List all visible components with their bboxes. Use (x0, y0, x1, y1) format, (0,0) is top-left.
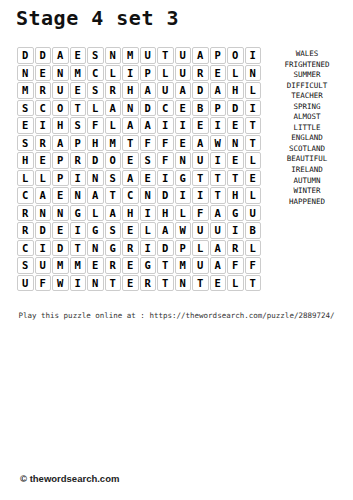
grid-cell-r9c4: N (70, 187, 87, 204)
grid-cell-r11c1: R (17, 222, 34, 239)
grid-cell-r9c5: A (87, 187, 104, 204)
puzzle-link[interactable]: Play this puzzle online at : https://the… (0, 311, 353, 320)
grid-cell-r14c12: E (210, 275, 227, 292)
grid-cell-r1c10: U (175, 47, 192, 64)
grid-cell-r1c5: S (87, 47, 104, 64)
grid-cell-r1c12: P (210, 47, 227, 64)
grid-cell-r10c3: N (52, 205, 69, 222)
grid-cell-r13c14: F (245, 257, 262, 274)
grid-cell-r10c1: R (17, 205, 34, 222)
word-list-item: TEACHER (261, 91, 353, 102)
grid-cell-r7c3: P (52, 152, 69, 169)
word-list-item: BEAUTIFUL (261, 154, 353, 165)
grid-cell-r2c7: I (122, 65, 139, 82)
grid-cell-r12c14: L (245, 240, 262, 257)
grid-cell-r4c8: D (140, 100, 157, 117)
grid-cell-r4c3: O (52, 100, 69, 117)
grid-cell-r5c4: S (70, 117, 87, 134)
grid-cell-r13c6: R (105, 257, 122, 274)
grid-cell-r3c6: R (105, 82, 122, 99)
grid-cell-r2c12: E (210, 65, 227, 82)
grid-cell-r13c8: G (140, 257, 157, 274)
grid-cell-r10c9: H (157, 205, 174, 222)
grid-cell-r12c11: L (192, 240, 209, 257)
grid-cell-r7c4: R (70, 152, 87, 169)
grid-cell-r4c5: L (87, 100, 104, 117)
grid-cell-r6c5: H (87, 135, 104, 152)
grid-cell-r10c6: A (105, 205, 122, 222)
grid-cell-r5c12: I (210, 117, 227, 134)
grid-cell-r3c9: U (157, 82, 174, 99)
grid-cell-r12c7: R (122, 240, 139, 257)
grid-cell-r10c10: L (175, 205, 192, 222)
grid-cell-r14c3: W (52, 275, 69, 292)
grid-cell-r5c13: E (227, 117, 244, 134)
word-list-item: ENGLAND (261, 133, 353, 144)
grid-cell-r2c13: L (227, 65, 244, 82)
grid-cell-r2c8: P (140, 65, 157, 82)
grid-cell-r11c3: E (52, 222, 69, 239)
grid-cell-r9c7: C (122, 187, 139, 204)
word-search-page: Stage 4 set 3 DDAESNMUTUAPOINENMCLIPLURE… (0, 0, 353, 500)
grid-cell-r4c4: T (70, 100, 87, 117)
grid-cell-r10c14: U (245, 205, 262, 222)
grid-cell-r9c9: D (157, 187, 174, 204)
grid-cell-r11c6: S (105, 222, 122, 239)
grid-cell-r14c11: T (192, 275, 209, 292)
grid-cell-r7c1: H (17, 152, 34, 169)
grid-cell-r4c2: C (35, 100, 52, 117)
grid-cell-r10c11: F (192, 205, 209, 222)
grid-cell-r3c7: H (122, 82, 139, 99)
grid-cell-r12c12: A (210, 240, 227, 257)
grid-cell-r4c10: E (175, 100, 192, 117)
grid-cell-r5c14: T (245, 117, 262, 134)
grid-cell-r6c11: A (192, 135, 209, 152)
grid-cell-r9c6: T (105, 187, 122, 204)
word-list: WALESFRIGHTENEDSUMMERDIFFICULTTEACHERSPR… (261, 47, 353, 207)
grid-cell-r6c14: T (245, 135, 262, 152)
grid-cell-r1c1: D (17, 47, 34, 64)
word-list-item: FRIGHTENED (261, 60, 353, 71)
grid-cell-r8c4: I (70, 170, 87, 187)
grid-cell-r1c7: M (122, 47, 139, 64)
grid-cell-r8c2: L (35, 170, 52, 187)
grid-cell-r8c6: S (105, 170, 122, 187)
grid-cell-r7c8: S (140, 152, 157, 169)
grid-cell-r2c4: M (70, 65, 87, 82)
grid-cell-r2c9: L (157, 65, 174, 82)
grid-cell-r3c13: H (227, 82, 244, 99)
page-title: Stage 4 set 3 (16, 6, 179, 30)
grid-cell-r8c10: G (175, 170, 192, 187)
grid-cell-r8c1: L (17, 170, 34, 187)
grid-cell-r11c7: E (122, 222, 139, 239)
word-list-item: IRELAND (261, 165, 353, 176)
word-search-grid: DDAESNMUTUAPOINENMCLIPLURELNMRUESRHAUADA… (17, 47, 261, 291)
grid-cell-r2c5: C (87, 65, 104, 82)
grid-cell-r6c2: R (35, 135, 52, 152)
grid-cell-r5c9: I (157, 117, 174, 134)
grid-cell-r12c3: D (52, 240, 69, 257)
grid-cell-r5c6: L (105, 117, 122, 134)
grid-cell-r1c9: T (157, 47, 174, 64)
grid-cell-r6c6: M (105, 135, 122, 152)
copyright-text: © thewordsearch.com (20, 473, 119, 484)
grid-cell-r1c6: N (105, 47, 122, 64)
grid-cell-r13c11: U (192, 257, 209, 274)
grid-cell-r13c3: M (52, 257, 69, 274)
grid-cell-r7c13: E (227, 152, 244, 169)
word-list-item: HAPPENED (261, 197, 353, 208)
grid-cell-r12c5: N (87, 240, 104, 257)
grid-cell-r10c4: G (70, 205, 87, 222)
grid-cell-r13c5: E (87, 257, 104, 274)
grid-cell-r10c7: H (122, 205, 139, 222)
word-list-item: LITTLE (261, 123, 353, 134)
grid-cell-r9c11: I (192, 187, 209, 204)
grid-cell-r9c12: T (210, 187, 227, 204)
grid-cell-r14c1: U (17, 275, 34, 292)
grid-cell-r8c13: T (227, 170, 244, 187)
grid-cell-r4c9: C (157, 100, 174, 117)
grid-cell-r11c10: W (175, 222, 192, 239)
grid-cell-r14c14: T (245, 275, 262, 292)
grid-cell-r4c11: B (192, 100, 209, 117)
grid-cell-r12c2: I (35, 240, 52, 257)
grid-cell-r5c10: I (175, 117, 192, 134)
grid-cell-r6c7: T (122, 135, 139, 152)
grid-cell-r8c14: E (245, 170, 262, 187)
grid-cell-r9c8: N (140, 187, 157, 204)
word-list-item: SUMMER (261, 70, 353, 81)
grid-cell-r2c1: N (17, 65, 34, 82)
grid-cell-r6c4: P (70, 135, 87, 152)
grid-cell-r5c1: E (17, 117, 34, 134)
grid-cell-r7c7: E (122, 152, 139, 169)
grid-cell-r5c5: F (87, 117, 104, 134)
grid-cell-r11c5: G (87, 222, 104, 239)
grid-cell-r6c9: F (157, 135, 174, 152)
grid-cell-r13c4: M (70, 257, 87, 274)
grid-cell-r12c4: T (70, 240, 87, 257)
word-list-item: SPRING (261, 102, 353, 113)
grid-cell-r8c8: E (140, 170, 157, 187)
word-list-item: AUTUMN (261, 176, 353, 187)
grid-cell-r7c9: F (157, 152, 174, 169)
grid-cell-r6c8: F (140, 135, 157, 152)
grid-cell-r7c5: D (87, 152, 104, 169)
word-list-item: ALMOST (261, 112, 353, 123)
grid-cell-r1c4: E (70, 47, 87, 64)
grid-cell-r3c12: A (210, 82, 227, 99)
grid-cell-r3c3: U (52, 82, 69, 99)
grid-cell-r1c11: A (192, 47, 209, 64)
grid-cell-r9c13: H (227, 187, 244, 204)
grid-cell-r2c6: L (105, 65, 122, 82)
grid-cell-r10c13: G (227, 205, 244, 222)
grid-cell-r7c14: L (245, 152, 262, 169)
grid-cell-r10c5: L (87, 205, 104, 222)
grid-cell-r11c11: U (192, 222, 209, 239)
grid-cell-r12c8: I (140, 240, 157, 257)
grid-cell-r13c12: A (210, 257, 227, 274)
grid-cell-r5c7: A (122, 117, 139, 134)
grid-cell-r14c4: I (70, 275, 87, 292)
grid-cell-r8c5: N (87, 170, 104, 187)
grid-cell-r6c10: E (175, 135, 192, 152)
grid-cell-r14c13: L (227, 275, 244, 292)
grid-cell-r3c2: R (35, 82, 52, 99)
grid-cell-r3c11: D (192, 82, 209, 99)
grid-cell-r1c2: D (35, 47, 52, 64)
grid-cell-r9c14: L (245, 187, 262, 204)
grid-cell-r2c11: R (192, 65, 209, 82)
grid-cell-r14c2: F (35, 275, 52, 292)
grid-cell-r14c9: T (157, 275, 174, 292)
grid-cell-r13c7: E (122, 257, 139, 274)
grid-cell-r5c8: A (140, 117, 157, 134)
grid-cell-r10c8: I (140, 205, 157, 222)
grid-cell-r7c11: U (192, 152, 209, 169)
word-list-item: DIFFICULT (261, 81, 353, 92)
grid-cell-r3c14: L (245, 82, 262, 99)
grid-cell-r6c13: N (227, 135, 244, 152)
grid-cell-r4c6: A (105, 100, 122, 117)
grid-cell-r9c2: A (35, 187, 52, 204)
grid-cell-r6c1: S (17, 135, 34, 152)
grid-cell-r3c5: S (87, 82, 104, 99)
grid-cell-r3c10: A (175, 82, 192, 99)
grid-cell-r8c7: A (122, 170, 139, 187)
grid-cell-r13c13: F (227, 257, 244, 274)
grid-cell-r8c12: T (210, 170, 227, 187)
grid-cell-r8c9: I (157, 170, 174, 187)
grid-cell-r12c9: D (157, 240, 174, 257)
grid-cell-r8c11: T (192, 170, 209, 187)
grid-cell-r11c8: L (140, 222, 157, 239)
grid-cell-r14c7: E (122, 275, 139, 292)
grid-cell-r13c2: U (35, 257, 52, 274)
grid-cell-r11c2: D (35, 222, 52, 239)
grid-cell-r4c7: N (122, 100, 139, 117)
grid-cell-r13c1: S (17, 257, 34, 274)
grid-cell-r9c10: I (175, 187, 192, 204)
grid-cell-r14c6: T (105, 275, 122, 292)
grid-cell-r4c1: S (17, 100, 34, 117)
grid-cell-r10c12: A (210, 205, 227, 222)
grid-cell-r7c10: N (175, 152, 192, 169)
grid-cell-r4c14: I (245, 100, 262, 117)
grid-cell-r2c10: U (175, 65, 192, 82)
grid-cell-r14c5: N (87, 275, 104, 292)
grid-cell-r3c1: M (17, 82, 34, 99)
word-list-item: WINTER (261, 186, 353, 197)
grid-cell-r2c3: N (52, 65, 69, 82)
word-list-item: WALES (261, 49, 353, 60)
grid-cell-r12c1: C (17, 240, 34, 257)
grid-cell-r2c14: N (245, 65, 262, 82)
grid-cell-r7c12: I (210, 152, 227, 169)
grid-cell-r6c12: W (210, 135, 227, 152)
grid-cell-r13c9: T (157, 257, 174, 274)
board-and-words: DDAESNMUTUAPOINENMCLIPLURELNMRUESRHAUADA… (17, 47, 353, 291)
grid-cell-r1c13: O (227, 47, 244, 64)
grid-cell-r10c2: N (35, 205, 52, 222)
grid-cell-r6c3: A (52, 135, 69, 152)
grid-cell-r1c14: I (245, 47, 262, 64)
grid-cell-r3c4: E (70, 82, 87, 99)
grid-cell-r9c3: E (52, 187, 69, 204)
grid-cell-r11c4: I (70, 222, 87, 239)
grid-cell-r7c2: E (35, 152, 52, 169)
grid-cell-r12c13: R (227, 240, 244, 257)
grid-cell-r12c6: G (105, 240, 122, 257)
grid-cell-r7c6: O (105, 152, 122, 169)
word-list-item: SCOTLAND (261, 144, 353, 155)
grid-cell-r1c8: U (140, 47, 157, 64)
grid-cell-r3c8: A (140, 82, 157, 99)
grid-cell-r14c10: N (175, 275, 192, 292)
grid-cell-r9c1: C (17, 187, 34, 204)
grid-cell-r12c10: P (175, 240, 192, 257)
grid-cell-r14c8: R (140, 275, 157, 292)
grid-cell-r5c3: H (52, 117, 69, 134)
grid-cell-r11c12: U (210, 222, 227, 239)
grid-cell-r8c3: P (52, 170, 69, 187)
grid-cell-r11c13: I (227, 222, 244, 239)
grid-cell-r4c12: P (210, 100, 227, 117)
grid-cell-r5c11: E (192, 117, 209, 134)
grid-cell-r5c2: I (35, 117, 52, 134)
grid-cell-r4c13: D (227, 100, 244, 117)
grid-cell-r11c9: A (157, 222, 174, 239)
grid-cell-r13c10: M (175, 257, 192, 274)
grid-cell-r11c14: B (245, 222, 262, 239)
grid-cell-r1c3: A (52, 47, 69, 64)
grid-cell-r2c2: E (35, 65, 52, 82)
